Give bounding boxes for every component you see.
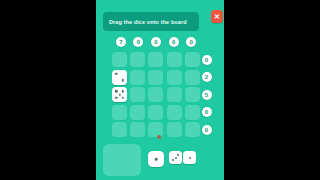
row-counters: 02500 [200, 52, 213, 137]
board-cell-r1c2[interactable] [130, 52, 145, 67]
board-cell-r2c3[interactable] [148, 70, 163, 85]
tray-die-1[interactable] [148, 151, 164, 167]
die-pip [175, 157, 177, 159]
tray-piece-double[interactable] [169, 151, 196, 164]
marker-dot [157, 135, 161, 139]
board-cell-r1c4[interactable] [167, 52, 182, 67]
board-cell-r4c5[interactable] [185, 105, 200, 120]
tray-die-3[interactable] [169, 151, 182, 164]
die-pip [122, 79, 124, 81]
board-cell-r4c4[interactable] [167, 105, 182, 120]
board-cell-r5c4[interactable] [167, 122, 182, 137]
game-board [112, 52, 200, 137]
die-pip [115, 72, 117, 74]
tray-empty-slot[interactable] [103, 144, 141, 176]
board-cell-r5c5[interactable] [185, 122, 200, 137]
board-die-2[interactable] [112, 70, 127, 85]
die-pip [115, 97, 117, 99]
board-cell-r2c2[interactable] [130, 70, 145, 85]
column-counter-3: 0 [151, 37, 161, 47]
die-pip [172, 159, 174, 161]
die-pip [122, 97, 124, 99]
board-cell-r1c3[interactable] [148, 52, 163, 67]
tray-die-1[interactable] [183, 151, 196, 164]
board-die-5[interactable] [112, 87, 127, 102]
board-cell-r2c5[interactable] [185, 70, 200, 85]
close-icon: ✕ [214, 13, 220, 21]
close-button[interactable]: ✕ [211, 10, 223, 23]
die-pip [122, 90, 124, 92]
board-cell-r1c5[interactable] [185, 52, 200, 67]
board-cell-r4c2[interactable] [130, 105, 145, 120]
column-counters: 70000 [112, 37, 200, 47]
die-pip [115, 90, 117, 92]
row-counter-4: 0 [202, 107, 212, 117]
board-cell-r5c3[interactable] [148, 122, 163, 137]
row-counter-1: 0 [202, 55, 212, 65]
row-counter-2: 2 [202, 72, 212, 82]
column-counter-5: 0 [186, 37, 196, 47]
board-cell-r3c5[interactable] [185, 87, 200, 102]
board-cell-r5c2[interactable] [130, 122, 145, 137]
die-pip [189, 157, 191, 159]
die-pip [155, 158, 158, 161]
die-pip [177, 154, 179, 156]
board-cell-r4c3[interactable] [148, 105, 163, 120]
game-screen: Drag the dice onto the board ✕ 70000 025… [96, 0, 224, 180]
column-counter-2: 0 [133, 37, 143, 47]
screenshot-stage: Drag the dice onto the board ✕ 70000 025… [0, 0, 320, 180]
board-cell-r3c3[interactable] [148, 87, 163, 102]
board-cell-r2c4[interactable] [167, 70, 182, 85]
tutorial-banner-text: Drag the dice onto the board [109, 19, 187, 25]
row-counter-5: 0 [202, 125, 212, 135]
board-cell-r5c1[interactable] [112, 122, 127, 137]
board-cell-r4c1[interactable] [112, 105, 127, 120]
tray-piece-single[interactable] [148, 151, 164, 167]
column-counter-1: 7 [116, 37, 126, 47]
die-pip [118, 93, 120, 95]
board-cell-r2c1[interactable] [112, 70, 127, 85]
board-cell-r3c4[interactable] [167, 87, 182, 102]
board-cell-r3c2[interactable] [130, 87, 145, 102]
column-counter-4: 0 [169, 37, 179, 47]
row-counter-3: 5 [202, 90, 212, 100]
board-cell-r3c1[interactable] [112, 87, 127, 102]
board-cell-r1c1[interactable] [112, 52, 127, 67]
tutorial-banner: Drag the dice onto the board [103, 12, 199, 31]
